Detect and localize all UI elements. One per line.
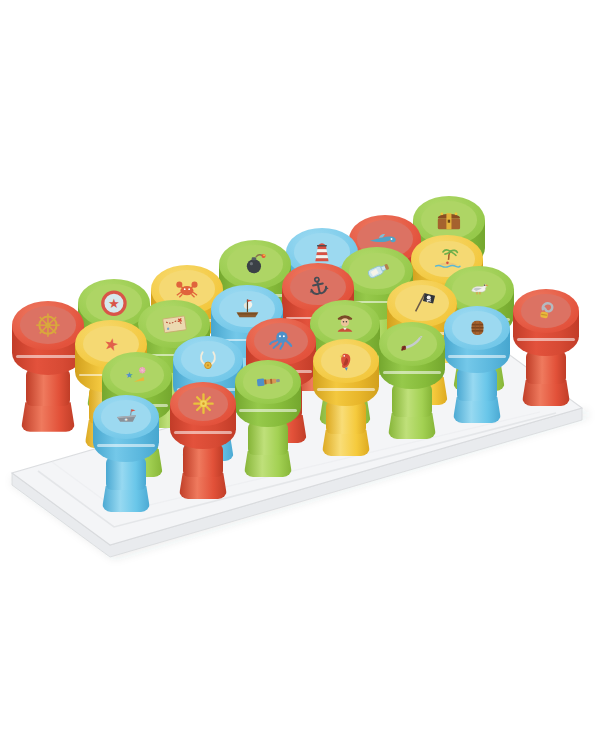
ship-wheel-face: [20, 306, 77, 343]
pirate-boat-icon: ★: [105, 403, 148, 430]
parrot-icon: [325, 347, 368, 374]
product-photo: ★★★★: [0, 0, 600, 749]
jolly-roger-icon: [399, 288, 445, 317]
star-badge-face: ★: [86, 284, 143, 321]
stamp-base: [21, 402, 75, 431]
compass-icon: [182, 390, 225, 417]
pirate-boat-face: ★: [101, 400, 152, 433]
pirate-captain-face: [318, 305, 372, 341]
necklace-face: [181, 341, 235, 377]
pirate-captain-icon: [322, 308, 368, 337]
parrot-face: [321, 344, 372, 377]
spyglass-face: [243, 365, 294, 398]
hook-face: [521, 294, 572, 327]
octopus-icon: [258, 326, 304, 355]
compass-face: [178, 387, 229, 420]
necklace-icon: [185, 344, 231, 373]
barrel-face: [452, 311, 503, 344]
svg-text:★: ★: [108, 296, 120, 311]
treasure-map-icon: [151, 309, 198, 339]
spyglass-icon: [247, 368, 290, 395]
sea-bits-face: ★: [110, 357, 164, 393]
galleon-icon: [224, 294, 271, 324]
cap-seam-line: [517, 338, 574, 340]
jolly-roger-face: [395, 285, 449, 321]
svg-text:★: ★: [125, 371, 133, 381]
seagull-face: [452, 271, 506, 307]
bomb-icon: [231, 249, 279, 279]
ship-wheel-icon: [24, 310, 72, 340]
anchor-icon: [295, 272, 342, 302]
star-badge-icon: ★: [90, 288, 138, 318]
sea-bits-icon: ★: [114, 360, 160, 389]
cap-seam-line: [448, 355, 505, 357]
svg-text:★: ★: [123, 417, 127, 422]
octopus-face: [254, 323, 308, 359]
treasure-chest-face: [421, 201, 478, 238]
barrel-icon: [456, 314, 499, 341]
svg-text:★: ★: [101, 333, 120, 356]
cap-seam-line: [174, 431, 231, 433]
treasure-chest-icon: [425, 205, 473, 235]
cap-seam-line: [383, 371, 440, 373]
cap-seam-line: [97, 444, 154, 446]
treasure-map-face: [146, 306, 201, 342]
message-bottle-icon: [354, 256, 401, 286]
message-bottle-face: [349, 253, 404, 289]
cap-seam-line: [16, 355, 81, 357]
cutlass-icon: [391, 330, 434, 357]
bomb-face: [227, 245, 284, 282]
cap-seam-line: [239, 409, 296, 411]
cutlass-face: [387, 327, 438, 360]
seagull-icon: [456, 274, 502, 303]
cap-seam-line: [317, 388, 374, 390]
hook-icon: [525, 297, 568, 324]
